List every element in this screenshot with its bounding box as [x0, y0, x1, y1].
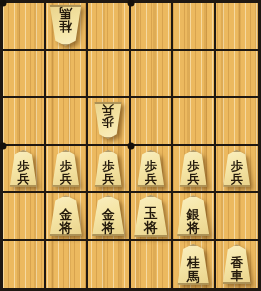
board-cell[interactable] — [88, 241, 131, 289]
board-cell[interactable] — [46, 241, 89, 289]
board-cell[interactable] — [216, 3, 259, 51]
board-cell[interactable] — [3, 98, 46, 146]
piece-face: 歩兵 — [8, 150, 38, 187]
board-cell[interactable] — [3, 193, 46, 241]
piece-kanji: 将 — [59, 221, 72, 234]
piece-kanji: 金 — [102, 208, 115, 221]
shogi-piece-sente-pawn[interactable]: 歩兵 — [8, 150, 38, 187]
board-cell[interactable]: 銀将 — [173, 193, 216, 241]
piece-kanji: 車 — [231, 270, 244, 283]
board-cell[interactable]: 歩兵 — [3, 146, 46, 194]
shogi-piece-sente-pawn[interactable]: 歩兵 — [178, 150, 208, 187]
board-cell[interactable] — [216, 51, 259, 99]
piece-kanji: 歩 — [60, 160, 72, 172]
piece-kanji: 歩 — [102, 116, 114, 128]
piece-face: 金将 — [48, 195, 84, 236]
shogi-piece-sente-silver[interactable]: 銀将 — [175, 195, 211, 236]
shogi-piece-sente-lance[interactable]: 香車 — [221, 244, 252, 284]
board-cell[interactable]: 桂馬 — [173, 241, 216, 289]
piece-face: 桂馬 — [176, 244, 211, 285]
board-cell[interactable] — [3, 241, 46, 289]
piece-kanji: 桂 — [59, 21, 72, 34]
piece-face: 歩兵 — [136, 150, 166, 187]
shogi-piece-sente-pawn[interactable]: 歩兵 — [136, 150, 166, 187]
shogi-piece-sente-gold[interactable]: 金将 — [48, 195, 84, 236]
board-cell[interactable] — [173, 51, 216, 99]
piece-kanji: 桂 — [187, 256, 200, 269]
piece-face: 歩兵 — [51, 150, 81, 187]
board-cell[interactable]: 玉将 — [131, 193, 174, 241]
board-cell[interactable] — [3, 3, 46, 51]
shogi-piece-gote-knight[interactable]: 桂馬 — [48, 5, 83, 46]
shogi-piece-sente-king[interactable]: 玉将 — [132, 195, 169, 237]
board-cell[interactable] — [88, 3, 131, 51]
piece-kanji: 歩 — [145, 160, 157, 172]
shogi-board: 桂馬歩兵歩兵歩兵歩兵歩兵歩兵歩兵金将金将玉将銀将桂馬香車 — [0, 0, 261, 291]
piece-face: 歩兵 — [178, 150, 208, 187]
board-cell[interactable] — [131, 241, 174, 289]
board-cell[interactable]: 金将 — [46, 193, 89, 241]
piece-kanji: 金 — [59, 208, 72, 221]
board-cell[interactable]: 桂馬 — [46, 3, 89, 51]
board-cell[interactable] — [131, 3, 174, 51]
piece-face: 桂馬 — [48, 5, 83, 46]
piece-face: 銀将 — [175, 195, 211, 236]
piece-kanji: 歩 — [187, 160, 199, 172]
piece-kanji: 歩 — [231, 160, 243, 172]
piece-kanji: 馬 — [187, 270, 200, 283]
board-cell[interactable] — [216, 193, 259, 241]
board-cell[interactable]: 歩兵 — [88, 98, 131, 146]
piece-face: 歩兵 — [93, 102, 123, 139]
board-cell[interactable]: 歩兵 — [131, 146, 174, 194]
piece-face: 玉将 — [132, 195, 169, 237]
board-cell[interactable]: 香車 — [216, 241, 259, 289]
board-cell[interactable] — [46, 51, 89, 99]
piece-kanji: 馬 — [59, 7, 72, 20]
board-cell[interactable] — [131, 51, 174, 99]
board-cell[interactable] — [216, 98, 259, 146]
piece-kanji: 将 — [187, 221, 200, 234]
shogi-piece-gote-pawn[interactable]: 歩兵 — [93, 102, 123, 139]
board-cell[interactable]: 歩兵 — [216, 146, 259, 194]
board-cell[interactable]: 金将 — [88, 193, 131, 241]
board-cell[interactable] — [173, 3, 216, 51]
piece-face: 歩兵 — [222, 150, 252, 187]
board-cell[interactable] — [173, 98, 216, 146]
board-cell[interactable]: 歩兵 — [88, 146, 131, 194]
board-cell[interactable] — [3, 51, 46, 99]
piece-kanji: 兵 — [145, 173, 157, 185]
piece-kanji: 歩 — [102, 160, 114, 172]
piece-kanji: 兵 — [102, 173, 114, 185]
piece-kanji: 銀 — [187, 208, 200, 221]
shogi-piece-sente-gold[interactable]: 金将 — [90, 195, 126, 236]
board-cell[interactable]: 歩兵 — [46, 146, 89, 194]
piece-face: 金将 — [90, 195, 126, 236]
board-grid: 桂馬歩兵歩兵歩兵歩兵歩兵歩兵歩兵金将金将玉将銀将桂馬香車 — [3, 3, 258, 288]
piece-kanji: 歩 — [17, 160, 29, 172]
board-cell[interactable] — [131, 98, 174, 146]
piece-kanji: 兵 — [102, 104, 114, 116]
piece-kanji: 将 — [102, 221, 115, 234]
shogi-piece-sente-pawn[interactable]: 歩兵 — [51, 150, 81, 187]
shogi-piece-sente-pawn[interactable]: 歩兵 — [222, 150, 252, 187]
board-cell[interactable] — [46, 98, 89, 146]
board-cell[interactable]: 歩兵 — [173, 146, 216, 194]
piece-kanji: 兵 — [60, 173, 72, 185]
piece-kanji: 兵 — [231, 173, 243, 185]
piece-kanji: 兵 — [187, 173, 199, 185]
board-cell[interactable] — [88, 51, 131, 99]
piece-face: 歩兵 — [93, 150, 123, 187]
piece-kanji: 将 — [144, 221, 158, 235]
shogi-piece-sente-knight[interactable]: 桂馬 — [176, 244, 211, 285]
piece-kanji: 兵 — [17, 173, 29, 185]
piece-face: 香車 — [221, 244, 252, 284]
shogi-piece-sente-pawn[interactable]: 歩兵 — [93, 150, 123, 187]
